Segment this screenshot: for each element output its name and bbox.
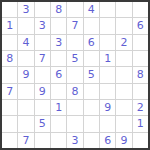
cell-r6c3[interactable]: 9: [35, 84, 50, 99]
cell-r2c6[interactable]: [84, 18, 99, 33]
cell-r2c5[interactable]: 7: [67, 18, 82, 33]
cell-r7c1[interactable]: [2, 100, 17, 115]
cell-r6c2[interactable]: [18, 84, 33, 99]
cell-r5c1[interactable]: [2, 67, 17, 82]
cell-r4c1[interactable]: 8: [2, 51, 17, 66]
cell-r4c9[interactable]: [133, 51, 148, 66]
cell-r3c6[interactable]: 6: [84, 35, 99, 50]
cell-r4c4[interactable]: [51, 51, 66, 66]
cell-r6c5[interactable]: 8: [67, 84, 82, 99]
cell-r3c3[interactable]: [35, 35, 50, 50]
cell-r4c2[interactable]: [18, 51, 33, 66]
cell-r4c3[interactable]: 7: [35, 51, 50, 66]
cell-r8c8[interactable]: [116, 116, 131, 131]
cell-r4c5[interactable]: 5: [67, 51, 82, 66]
cell-r4c8[interactable]: [116, 51, 131, 66]
cell-r8c3[interactable]: 5: [35, 116, 50, 131]
cell-r1c6[interactable]: 4: [84, 2, 99, 17]
cell-r9c8[interactable]: 9: [116, 133, 131, 148]
cell-r8c6[interactable]: [84, 116, 99, 131]
cell-r2c9[interactable]: 6: [133, 18, 148, 33]
cell-r7c9[interactable]: 2: [133, 100, 148, 115]
cell-r6c6[interactable]: [84, 84, 99, 99]
cell-r1c2[interactable]: 3: [18, 2, 33, 17]
cell-r1c1[interactable]: [2, 2, 17, 17]
cell-r7c6[interactable]: [84, 100, 99, 115]
cell-r9c6[interactable]: [84, 133, 99, 148]
cell-r9c2[interactable]: 7: [18, 133, 33, 148]
cell-r8c2[interactable]: [18, 116, 33, 131]
cell-r6c9[interactable]: [133, 84, 148, 99]
cell-r3c7[interactable]: [100, 35, 115, 50]
cell-r2c2[interactable]: [18, 18, 33, 33]
cell-r5c7[interactable]: [100, 67, 115, 82]
cell-r8c1[interactable]: [2, 116, 17, 131]
cell-r5c3[interactable]: [35, 67, 50, 82]
sudoku-board: 3841376436287519658798192517369: [0, 0, 150, 150]
cell-r5c2[interactable]: 9: [18, 67, 33, 82]
cell-r1c8[interactable]: [116, 2, 131, 17]
cell-r2c1[interactable]: 1: [2, 18, 17, 33]
cell-r5c6[interactable]: 5: [84, 67, 99, 82]
cell-r7c5[interactable]: [67, 100, 82, 115]
cell-r7c7[interactable]: 9: [100, 100, 115, 115]
cell-r5c8[interactable]: [116, 67, 131, 82]
cell-r6c7[interactable]: [100, 84, 115, 99]
cell-r9c3[interactable]: [35, 133, 50, 148]
cell-r4c7[interactable]: 1: [100, 51, 115, 66]
cell-r9c5[interactable]: 3: [67, 133, 82, 148]
cell-r1c3[interactable]: [35, 2, 50, 17]
cell-r5c9[interactable]: 8: [133, 67, 148, 82]
cell-r9c4[interactable]: [51, 133, 66, 148]
cell-r9c9[interactable]: [133, 133, 148, 148]
cell-r3c9[interactable]: [133, 35, 148, 50]
cell-r3c2[interactable]: 4: [18, 35, 33, 50]
cell-r6c8[interactable]: [116, 84, 131, 99]
cell-r2c3[interactable]: 3: [35, 18, 50, 33]
cell-r2c7[interactable]: [100, 18, 115, 33]
cell-r8c5[interactable]: [67, 116, 82, 131]
cell-r1c5[interactable]: [67, 2, 82, 17]
cell-r7c3[interactable]: [35, 100, 50, 115]
cell-r2c8[interactable]: [116, 18, 131, 33]
cell-r6c4[interactable]: [51, 84, 66, 99]
cell-r5c4[interactable]: 6: [51, 67, 66, 82]
cell-r3c1[interactable]: [2, 35, 17, 50]
cell-r3c8[interactable]: 2: [116, 35, 131, 50]
cell-r3c5[interactable]: [67, 35, 82, 50]
cell-r4c6[interactable]: [84, 51, 99, 66]
cell-r8c7[interactable]: [100, 116, 115, 131]
cell-r6c1[interactable]: 7: [2, 84, 17, 99]
cell-r8c9[interactable]: 1: [133, 116, 148, 131]
cell-r5c5[interactable]: [67, 67, 82, 82]
cell-r7c2[interactable]: [18, 100, 33, 115]
cell-r2c4[interactable]: [51, 18, 66, 33]
cell-r3c4[interactable]: 3: [51, 35, 66, 50]
cell-r8c4[interactable]: [51, 116, 66, 131]
cell-r1c7[interactable]: [100, 2, 115, 17]
cell-r7c8[interactable]: [116, 100, 131, 115]
cell-r1c9[interactable]: [133, 2, 148, 17]
cell-r7c4[interactable]: 1: [51, 100, 66, 115]
cell-r9c7[interactable]: 6: [100, 133, 115, 148]
cell-r1c4[interactable]: 8: [51, 2, 66, 17]
cell-r9c1[interactable]: [2, 133, 17, 148]
